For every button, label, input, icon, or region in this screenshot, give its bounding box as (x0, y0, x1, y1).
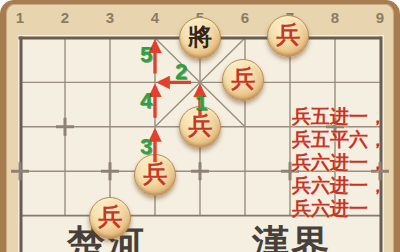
move-text: 兵五平六， (292, 128, 387, 151)
xiangqi-puzzle-screenshot: 123456789 將兵兵兵兵兵 12345 楚河 漢界 兵五进一，兵五平六，兵… (0, 0, 400, 252)
move-text: 兵六进一 (292, 197, 387, 220)
step-number-2: 2 (175, 61, 187, 83)
move-text: 兵六进一， (292, 151, 387, 174)
step-number-5: 5 (140, 44, 152, 66)
move-text: 兵五进一， (292, 105, 387, 128)
move-list: 兵五进一，兵五平六，兵六进一，兵六进一，兵六进一 (292, 105, 387, 220)
step-number-1: 1 (195, 92, 207, 114)
step-number-4: 4 (140, 90, 152, 112)
step-number-3: 3 (140, 136, 152, 158)
move-text: 兵六进一， (292, 174, 387, 197)
